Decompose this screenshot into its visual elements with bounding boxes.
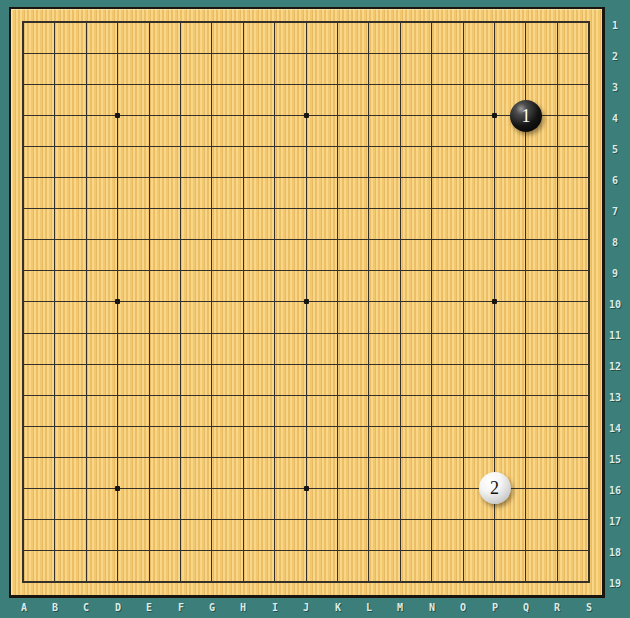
star-point	[304, 486, 309, 491]
column-label: K	[328, 602, 348, 613]
column-label: M	[390, 602, 410, 613]
row-label: 7	[604, 206, 626, 217]
column-label: Q	[516, 602, 536, 613]
column-label: L	[359, 602, 379, 613]
row-label: 8	[604, 237, 626, 248]
star-point	[115, 113, 120, 118]
row-label: 2	[604, 51, 626, 62]
star-point	[304, 299, 309, 304]
column-label: C	[76, 602, 96, 613]
stone-white-move-2[interactable]: 2	[479, 472, 511, 504]
row-label: 5	[604, 144, 626, 155]
column-label: E	[139, 602, 159, 613]
star-point	[492, 299, 497, 304]
star-point	[115, 486, 120, 491]
column-label: J	[296, 602, 316, 613]
row-label: 18	[604, 547, 626, 558]
row-label: 11	[604, 330, 626, 341]
row-label: 3	[604, 82, 626, 93]
column-label: R	[547, 602, 567, 613]
row-label: 14	[604, 423, 626, 434]
column-label: B	[45, 602, 65, 613]
column-label: O	[453, 602, 473, 613]
go-board[interactable]: 12	[9, 7, 605, 598]
row-label: 10	[604, 299, 626, 310]
row-label: 15	[604, 454, 626, 465]
column-label: G	[202, 602, 222, 613]
column-label: I	[265, 602, 285, 613]
row-label: 4	[604, 113, 626, 124]
star-point	[492, 113, 497, 118]
column-label: A	[14, 602, 34, 613]
column-label: D	[108, 602, 128, 613]
go-board-diagram: 12 ABCDEFGHIJKLMNOPQRS 12345678910111213…	[0, 0, 630, 618]
row-label: 6	[604, 175, 626, 186]
row-label: 1	[604, 20, 626, 31]
column-label: S	[579, 602, 599, 613]
stone-black-move-1[interactable]: 1	[510, 100, 542, 132]
row-label: 17	[604, 516, 626, 527]
row-label: 9	[604, 268, 626, 279]
row-label: 13	[604, 392, 626, 403]
row-label: 12	[604, 361, 626, 372]
row-label: 16	[604, 485, 626, 496]
column-label: P	[485, 602, 505, 613]
column-label: N	[422, 602, 442, 613]
column-label: H	[233, 602, 253, 613]
board-grid[interactable]: 12	[22, 21, 590, 583]
star-point	[304, 113, 309, 118]
column-label: F	[171, 602, 191, 613]
star-point	[115, 299, 120, 304]
row-label: 19	[604, 578, 626, 589]
